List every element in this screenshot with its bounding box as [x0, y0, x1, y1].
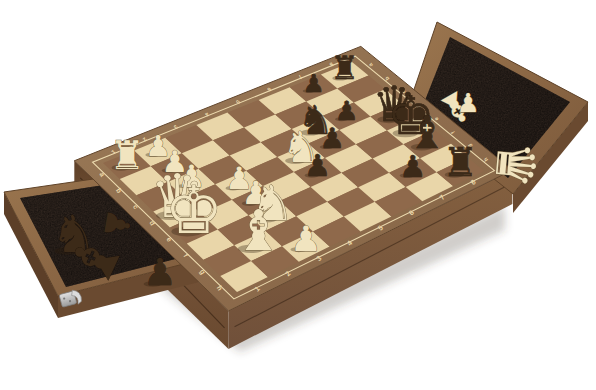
piece-white-pawn-h3[interactable]: ♟ — [290, 219, 321, 259]
piece-black-pawn-g7[interactable]: ♟ — [399, 149, 426, 184]
chess-set-photo: aabbccddeeffgghh1122334455667788 ♜♟♟♛♞♚♟… — [0, 0, 596, 390]
piece-glyph-rook: ♜ — [330, 50, 358, 86]
piece-glyph-rook: ♜ — [109, 132, 144, 178]
piece-white-rook-a1[interactable]: ♜ — [109, 132, 144, 178]
piece-glyph-pawn: ♟ — [303, 69, 325, 98]
piece-glyph-pawn: ♟ — [456, 88, 479, 118]
captured-white-pawn-right-tray[interactable]: ♟ — [456, 88, 479, 118]
piece-glyph-rook: ♜ — [442, 139, 478, 185]
piece-glyph-bishop: ♝ — [233, 198, 283, 263]
chess-scene-svg: aabbccddeeffgghh1122334455667788 ♜♟♟♛♞♚♟… — [0, 0, 596, 390]
piece-white-king-e1[interactable]: ♚ — [165, 172, 224, 248]
captured-white-queen-right-tray[interactable]: ♛ — [482, 138, 549, 191]
piece-black-rook-a8[interactable]: ♜ — [330, 50, 358, 86]
piece-white-bishop-g2[interactable]: ♝ — [233, 198, 283, 263]
piece-glyph-pawn: ♟ — [304, 148, 331, 183]
piece-glyph-pawn: ♟ — [143, 250, 176, 294]
piece-glyph-queen: ♛ — [482, 138, 549, 191]
captured-black-pawn-left-tray[interactable]: ♟ — [143, 250, 176, 294]
piece-black-pawn-e5[interactable]: ♟ — [304, 148, 331, 183]
piece-glyph-pawn: ♟ — [290, 219, 321, 259]
piece-glyph-pawn: ♟ — [399, 149, 426, 184]
piece-black-rook-h8[interactable]: ♜ — [442, 139, 478, 185]
piece-black-pawn-a7[interactable]: ♟ — [303, 69, 325, 98]
piece-glyph-king: ♚ — [165, 172, 224, 248]
